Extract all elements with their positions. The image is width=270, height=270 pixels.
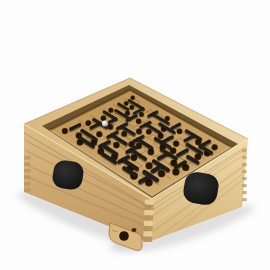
finger-joint [24,176,31,179]
tray-exit-hole [132,228,137,232]
finger-joint [242,184,247,187]
tray-ball-hole [119,231,129,241]
steel-ball [102,120,108,126]
finger-joint [143,231,152,236]
maze-hole [131,96,135,100]
finger-joint [242,198,247,201]
maze-hole [96,131,102,137]
finger-joint [24,156,31,159]
finger-joint [145,200,154,205]
maze-hole [212,144,218,150]
finger-joint [242,163,247,166]
finger-joint [144,215,153,220]
maze-hole [113,142,119,148]
maze-hole [62,128,68,134]
finger-joint [24,163,31,166]
maze-hole [177,128,183,134]
finger-joint [144,221,153,226]
labyrinth-product-photo [0,0,270,270]
finger-joint [24,169,31,172]
maze-hole [101,116,106,121]
steel-ball-highlight [103,122,105,124]
maze-hole [86,120,92,126]
finger-joint [242,170,247,173]
maze-hole [146,162,153,169]
finger-joint [24,182,31,185]
scene-svg [0,0,270,270]
finger-joint [242,177,247,180]
finger-joint [24,189,31,192]
maze-hole [108,108,113,113]
maze-hole [136,119,141,124]
maze-hole [173,141,179,147]
finger-joint [143,237,152,242]
finger-joint [144,226,153,231]
finger-joint [242,156,247,159]
finger-joint [242,191,247,194]
finger-joint [144,210,153,215]
